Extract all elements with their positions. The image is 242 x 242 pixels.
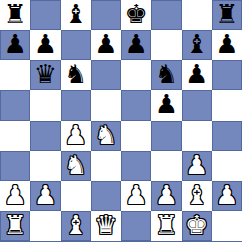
square-c1[interactable]: ♝︎ <box>61 211 91 241</box>
square-e4[interactable] <box>121 121 151 151</box>
square-b6[interactable]: ♛︎ <box>30 60 60 90</box>
square-f5[interactable]: ♟︎ <box>151 90 181 120</box>
piece-white-knight: ♞︎ <box>94 122 117 148</box>
square-e8[interactable]: ♚︎ <box>121 0 151 30</box>
piece-white-knight: ♞︎ <box>64 152 87 178</box>
square-g4[interactable] <box>182 121 212 151</box>
square-e6[interactable] <box>121 60 151 90</box>
square-e2[interactable]: ♟︎ <box>121 181 151 211</box>
square-c5[interactable] <box>61 90 91 120</box>
square-b2[interactable]: ♟︎ <box>30 181 60 211</box>
square-g8[interactable] <box>182 0 212 30</box>
square-f4[interactable] <box>151 121 181 151</box>
square-b5[interactable] <box>30 90 60 120</box>
square-c2[interactable] <box>61 181 91 211</box>
square-c3[interactable]: ♞︎ <box>61 151 91 181</box>
piece-black-pawn: ♟︎ <box>124 31 147 57</box>
piece-black-pawn: ♟︎ <box>34 31 57 57</box>
square-d3[interactable] <box>91 151 121 181</box>
piece-white-rook: ♜︎ <box>155 212 178 238</box>
square-g5[interactable] <box>182 90 212 120</box>
square-a8[interactable]: ♜︎ <box>0 0 30 30</box>
square-h4[interactable] <box>212 121 242 151</box>
piece-white-pawn: ♟︎ <box>34 182 57 208</box>
square-f8[interactable] <box>151 0 181 30</box>
square-f7[interactable] <box>151 30 181 60</box>
square-b8[interactable] <box>30 0 60 30</box>
square-e7[interactable]: ♟︎ <box>121 30 151 60</box>
square-a4[interactable] <box>0 121 30 151</box>
square-a2[interactable]: ♟︎ <box>0 181 30 211</box>
piece-white-pawn: ♟︎ <box>64 122 87 148</box>
square-g1[interactable]: ♚︎ <box>182 211 212 241</box>
piece-black-knight: ♞︎ <box>64 61 87 87</box>
square-h5[interactable] <box>212 90 242 120</box>
square-d2[interactable] <box>91 181 121 211</box>
square-a1[interactable]: ♜︎ <box>0 211 30 241</box>
piece-white-pawn: ♟︎ <box>155 182 178 208</box>
square-c4[interactable]: ♟︎ <box>61 121 91 151</box>
piece-black-bishop: ♝︎ <box>64 1 87 27</box>
square-e3[interactable] <box>121 151 151 181</box>
square-d7[interactable]: ♟︎ <box>91 30 121 60</box>
piece-black-queen: ♛︎ <box>34 61 57 87</box>
piece-black-knight: ♞︎ <box>155 61 178 87</box>
square-h7[interactable]: ♟︎ <box>212 30 242 60</box>
piece-black-bishop: ♝︎ <box>185 31 208 57</box>
square-h8[interactable]: ♜︎ <box>212 0 242 30</box>
square-c8[interactable]: ♝︎ <box>61 0 91 30</box>
square-g7[interactable]: ♝︎ <box>182 30 212 60</box>
piece-black-pawn: ♟︎ <box>3 31 26 57</box>
square-d5[interactable] <box>91 90 121 120</box>
piece-black-pawn: ♟︎ <box>215 31 238 57</box>
piece-white-bishop: ♝︎ <box>64 212 87 238</box>
piece-white-pawn: ♟︎ <box>215 182 238 208</box>
square-d8[interactable] <box>91 0 121 30</box>
piece-black-pawn: ♟︎ <box>185 61 208 87</box>
square-b7[interactable]: ♟︎ <box>30 30 60 60</box>
piece-white-pawn: ♟︎ <box>185 152 208 178</box>
square-f3[interactable] <box>151 151 181 181</box>
square-d6[interactable] <box>91 60 121 90</box>
piece-black-pawn: ♟︎ <box>94 31 117 57</box>
square-b1[interactable] <box>30 211 60 241</box>
piece-white-bishop: ♝︎ <box>185 182 208 208</box>
square-a6[interactable] <box>0 60 30 90</box>
square-h1[interactable] <box>212 211 242 241</box>
square-f6[interactable]: ♞︎ <box>151 60 181 90</box>
piece-black-rook: ♜︎ <box>215 1 238 27</box>
chess-board-container: ♜︎♝︎♚︎♜︎♟︎♟︎♟︎♟︎♝︎♟︎♛︎♞︎♞︎♟︎♟︎♟︎♞︎♞︎♟︎♟︎… <box>0 0 242 242</box>
square-d1[interactable]: ♛︎ <box>91 211 121 241</box>
square-f2[interactable]: ♟︎ <box>151 181 181 211</box>
piece-black-king: ♚︎ <box>124 1 147 27</box>
square-a3[interactable] <box>0 151 30 181</box>
piece-white-pawn: ♟︎ <box>3 182 26 208</box>
piece-black-pawn: ♟︎ <box>155 91 178 117</box>
piece-white-rook: ♜︎ <box>3 212 26 238</box>
square-g6[interactable]: ♟︎ <box>182 60 212 90</box>
square-h3[interactable] <box>212 151 242 181</box>
square-c7[interactable] <box>61 30 91 60</box>
square-g2[interactable]: ♝︎ <box>182 181 212 211</box>
piece-black-rook: ♜︎ <box>3 1 26 27</box>
square-e5[interactable] <box>121 90 151 120</box>
square-a5[interactable] <box>0 90 30 120</box>
piece-white-queen: ♛︎ <box>94 212 117 238</box>
piece-white-pawn: ♟︎ <box>124 182 147 208</box>
square-c6[interactable]: ♞︎ <box>61 60 91 90</box>
square-g3[interactable]: ♟︎ <box>182 151 212 181</box>
square-h2[interactable]: ♟︎ <box>212 181 242 211</box>
square-e1[interactable] <box>121 211 151 241</box>
chess-board: ♜︎♝︎♚︎♜︎♟︎♟︎♟︎♟︎♝︎♟︎♛︎♞︎♞︎♟︎♟︎♟︎♞︎♞︎♟︎♟︎… <box>0 0 242 242</box>
square-b4[interactable] <box>30 121 60 151</box>
square-b3[interactable] <box>30 151 60 181</box>
square-f1[interactable]: ♜︎ <box>151 211 181 241</box>
piece-white-king: ♚︎ <box>185 212 208 238</box>
square-h6[interactable] <box>212 60 242 90</box>
square-a7[interactable]: ♟︎ <box>0 30 30 60</box>
square-d4[interactable]: ♞︎ <box>91 121 121 151</box>
